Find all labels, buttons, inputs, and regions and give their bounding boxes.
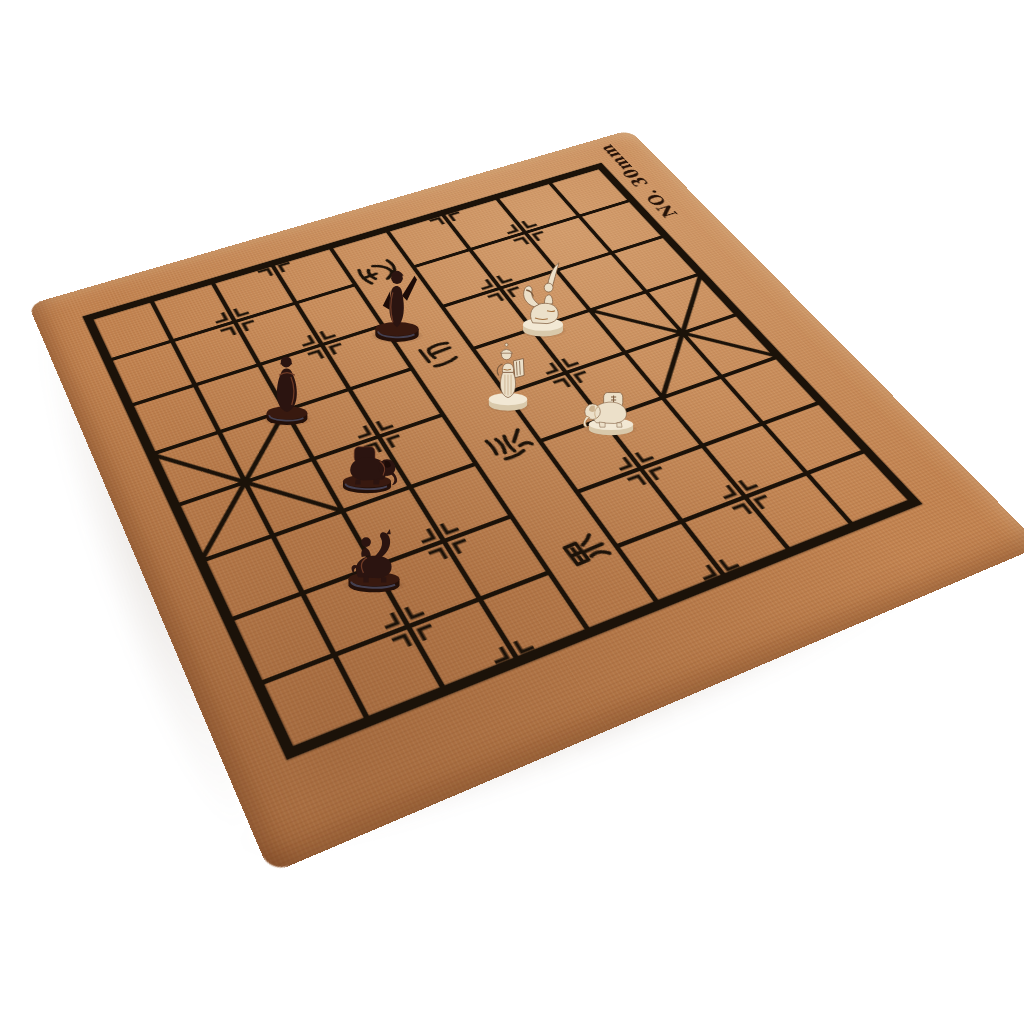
piece-black-general[interactable] <box>249 333 325 427</box>
piece-black-elephant[interactable] <box>325 418 409 494</box>
piece-white-elephant[interactable] <box>568 366 654 436</box>
piece-white-soldier[interactable] <box>472 321 544 413</box>
piece-black-advisor[interactable] <box>361 244 433 344</box>
product-photo: NO. 30mm <box>0 0 1024 1024</box>
piece-black-horse[interactable] <box>330 496 418 594</box>
